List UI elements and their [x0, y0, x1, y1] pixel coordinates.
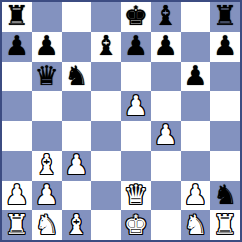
square-b2[interactable]: ♟ [32, 181, 62, 211]
white-bishop: ♝ [64, 211, 88, 238]
square-g4[interactable] [181, 121, 211, 151]
square-f6[interactable] [151, 62, 181, 92]
square-a3[interactable] [2, 151, 32, 181]
square-h2[interactable]: ♞ [210, 181, 240, 211]
chess-board-frame: ♜♚♝♜♟♟♝♟♟♟♛♞♟♟♟♝♟♟♟♛♟♞♜♞♝♚♞♜ [0, 0, 242, 242]
black-bishop: ♝ [94, 32, 118, 59]
square-c8[interactable] [62, 2, 92, 32]
square-f2[interactable] [151, 181, 181, 211]
square-f7[interactable]: ♟ [151, 32, 181, 62]
square-g2[interactable]: ♟ [181, 181, 211, 211]
white-pawn: ♟ [64, 151, 88, 178]
black-pawn: ♟ [213, 32, 237, 59]
square-d6[interactable] [91, 62, 121, 92]
white-knight: ♞ [35, 211, 59, 238]
square-g1[interactable]: ♞ [181, 210, 211, 240]
white-rook: ♜ [5, 211, 29, 238]
square-e8[interactable]: ♚ [121, 2, 151, 32]
black-pawn: ♟ [5, 32, 29, 59]
white-king: ♚ [124, 211, 148, 238]
square-e4[interactable] [121, 121, 151, 151]
square-b6[interactable]: ♛ [32, 62, 62, 92]
white-knight: ♞ [183, 211, 207, 238]
white-pawn: ♟ [5, 181, 29, 208]
square-c1[interactable]: ♝ [62, 210, 92, 240]
square-b1[interactable]: ♞ [32, 210, 62, 240]
square-b4[interactable] [32, 121, 62, 151]
chess-board: ♜♚♝♜♟♟♝♟♟♟♛♞♟♟♟♝♟♟♟♛♟♞♜♞♝♚♞♜ [2, 2, 240, 240]
square-g3[interactable] [181, 151, 211, 181]
square-c3[interactable]: ♟ [62, 151, 92, 181]
black-bishop: ♝ [154, 2, 178, 29]
square-a2[interactable]: ♟ [2, 181, 32, 211]
black-pawn: ♟ [183, 62, 207, 89]
square-h7[interactable]: ♟ [210, 32, 240, 62]
square-d2[interactable] [91, 181, 121, 211]
square-d7[interactable]: ♝ [91, 32, 121, 62]
square-e3[interactable] [121, 151, 151, 181]
square-b7[interactable]: ♟ [32, 32, 62, 62]
square-f1[interactable] [151, 210, 181, 240]
square-d5[interactable] [91, 91, 121, 121]
square-c5[interactable] [62, 91, 92, 121]
square-g6[interactable]: ♟ [181, 62, 211, 92]
square-d4[interactable] [91, 121, 121, 151]
white-pawn: ♟ [35, 181, 59, 208]
square-f4[interactable]: ♟ [151, 121, 181, 151]
square-f5[interactable] [151, 91, 181, 121]
square-h1[interactable]: ♜ [210, 210, 240, 240]
square-h3[interactable] [210, 151, 240, 181]
square-h4[interactable] [210, 121, 240, 151]
white-bishop: ♝ [35, 151, 59, 178]
white-pawn: ♟ [183, 181, 207, 208]
square-b3[interactable]: ♝ [32, 151, 62, 181]
square-a1[interactable]: ♜ [2, 210, 32, 240]
square-h6[interactable] [210, 62, 240, 92]
square-c2[interactable] [62, 181, 92, 211]
black-knight: ♞ [213, 181, 237, 208]
square-a7[interactable]: ♟ [2, 32, 32, 62]
square-b8[interactable] [32, 2, 62, 32]
black-pawn: ♟ [35, 32, 59, 59]
square-h5[interactable] [210, 91, 240, 121]
black-rook: ♜ [213, 2, 237, 29]
square-a6[interactable] [2, 62, 32, 92]
square-a5[interactable] [2, 91, 32, 121]
square-e1[interactable]: ♚ [121, 210, 151, 240]
white-pawn: ♟ [154, 121, 178, 148]
white-queen: ♛ [124, 181, 148, 208]
square-d8[interactable] [91, 2, 121, 32]
square-c6[interactable]: ♞ [62, 62, 92, 92]
square-e6[interactable] [121, 62, 151, 92]
square-a4[interactable] [2, 121, 32, 151]
square-e2[interactable]: ♛ [121, 181, 151, 211]
black-pawn: ♟ [124, 32, 148, 59]
black-king: ♚ [124, 2, 148, 29]
square-e7[interactable]: ♟ [121, 32, 151, 62]
white-pawn: ♟ [124, 92, 148, 119]
square-g5[interactable] [181, 91, 211, 121]
square-b5[interactable] [32, 91, 62, 121]
square-c7[interactable] [62, 32, 92, 62]
black-rook: ♜ [5, 2, 29, 29]
black-pawn: ♟ [154, 32, 178, 59]
square-h8[interactable]: ♜ [210, 2, 240, 32]
black-knight: ♞ [64, 62, 88, 89]
black-queen: ♛ [35, 62, 59, 89]
square-d1[interactable] [91, 210, 121, 240]
square-c4[interactable] [62, 121, 92, 151]
square-g7[interactable] [181, 32, 211, 62]
square-d3[interactable] [91, 151, 121, 181]
square-g8[interactable] [181, 2, 211, 32]
square-a8[interactable]: ♜ [2, 2, 32, 32]
white-rook: ♜ [213, 211, 237, 238]
square-e5[interactable]: ♟ [121, 91, 151, 121]
square-f8[interactable]: ♝ [151, 2, 181, 32]
square-f3[interactable] [151, 151, 181, 181]
